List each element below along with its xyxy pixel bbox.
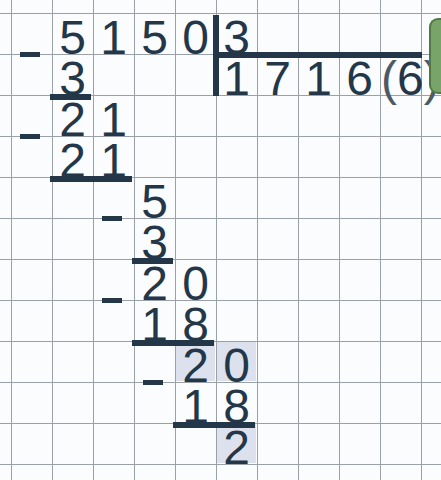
- digit-cell: 2: [53, 96, 92, 135]
- subtraction-underline: [132, 340, 214, 346]
- digit-cell: 1: [94, 96, 133, 135]
- squared-paper-board: 5150331716(6)212153201820182: [0, 0, 441, 480]
- digit-cell: 0: [217, 342, 256, 381]
- digit-cell: 1: [176, 383, 215, 422]
- subtraction-underline: [50, 94, 91, 100]
- digit-cell: 1: [94, 14, 133, 53]
- subtraction-underline: [132, 258, 173, 264]
- digit-cell: 0: [176, 260, 215, 299]
- digit-cell: 2: [217, 424, 256, 463]
- digit-cell: 3: [217, 14, 256, 53]
- digit-cell: 1: [299, 55, 338, 94]
- digit-cell: 5: [135, 178, 174, 217]
- side-panel-tab-button[interactable]: [429, 18, 441, 94]
- digit-cell: 8: [217, 383, 256, 422]
- subtraction-underline: [173, 422, 255, 428]
- digit-cell: 7: [258, 55, 297, 94]
- subtraction-underline: [50, 176, 132, 182]
- division-app-screen: 5150331716(6)212153201820182: [0, 0, 441, 480]
- minus-sign: [143, 380, 163, 385]
- division-bracket-horizontal: [213, 52, 423, 58]
- digit-cell: 2: [176, 342, 215, 381]
- minus-sign: [102, 298, 122, 303]
- quotient-repeating-digit-cell: (6): [381, 55, 420, 94]
- minus-sign: [20, 134, 40, 139]
- digit-cell: 0: [176, 14, 215, 53]
- digit-cell: 5: [135, 14, 174, 53]
- minus-sign: [20, 52, 40, 57]
- digit-cell: 1: [217, 55, 256, 94]
- digit-cell: 3: [135, 219, 174, 258]
- digit-cell: 1: [94, 137, 133, 176]
- digit-cell: 5: [53, 14, 92, 53]
- digit-cell: 2: [135, 260, 174, 299]
- digit-cell: 8: [176, 301, 215, 340]
- digit-cell: 6: [340, 55, 379, 94]
- digit-cell: 2: [53, 137, 92, 176]
- digit-cell: 3: [53, 55, 92, 94]
- minus-sign: [102, 216, 122, 221]
- digit-cell: 1: [135, 301, 174, 340]
